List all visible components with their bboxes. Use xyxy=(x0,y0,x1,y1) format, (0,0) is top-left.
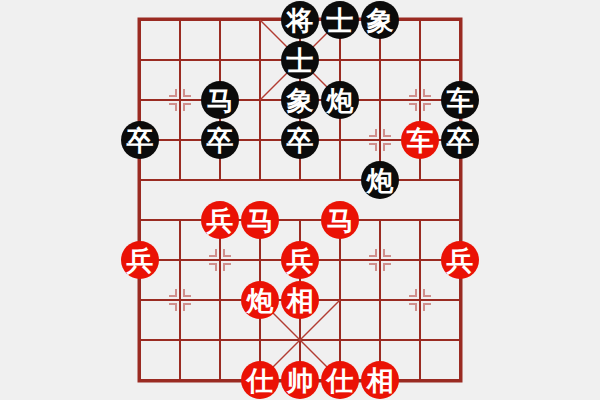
piece-red-soldier[interactable]: 兵 xyxy=(441,241,479,279)
piece-red-horse[interactable]: 马 xyxy=(321,201,359,239)
piece-black-general[interactable]: 将 xyxy=(281,1,319,39)
piece-black-elephant[interactable]: 象 xyxy=(281,81,319,119)
piece-black-horse[interactable]: 马 xyxy=(201,81,239,119)
piece-red-advisor[interactable]: 仕 xyxy=(321,361,359,399)
piece-red-advisor[interactable]: 仕 xyxy=(241,361,279,399)
piece-black-chariot[interactable]: 车 xyxy=(441,81,479,119)
piece-red-elephant[interactable]: 相 xyxy=(281,281,319,319)
piece-black-cannon[interactable]: 炮 xyxy=(321,81,359,119)
piece-black-soldier[interactable]: 卒 xyxy=(281,121,319,159)
piece-black-advisor[interactable]: 士 xyxy=(281,41,319,79)
piece-red-cannon[interactable]: 炮 xyxy=(241,281,279,319)
piece-red-soldier[interactable]: 兵 xyxy=(201,201,239,239)
piece-red-general[interactable]: 帅 xyxy=(281,361,319,399)
piece-black-cannon[interactable]: 炮 xyxy=(361,161,399,199)
piece-red-elephant[interactable]: 相 xyxy=(361,361,399,399)
piece-red-soldier[interactable]: 兵 xyxy=(281,241,319,279)
piece-black-soldier[interactable]: 卒 xyxy=(121,121,159,159)
pieces-layer: 将士象士马象炮车卒卒卒车卒炮兵马马兵兵兵炮相仕帅仕相 xyxy=(120,0,480,400)
piece-black-soldier[interactable]: 卒 xyxy=(441,121,479,159)
piece-black-elephant[interactable]: 象 xyxy=(361,1,399,39)
app-background: 将士象士马象炮车卒卒卒车卒炮兵马马兵兵兵炮相仕帅仕相 xyxy=(0,0,600,400)
xiangqi-board: 将士象士马象炮车卒卒卒车卒炮兵马马兵兵兵炮相仕帅仕相 xyxy=(0,0,600,400)
piece-black-advisor[interactable]: 士 xyxy=(321,1,359,39)
piece-red-chariot[interactable]: 车 xyxy=(401,121,439,159)
piece-black-soldier[interactable]: 卒 xyxy=(201,121,239,159)
piece-red-horse[interactable]: 马 xyxy=(241,201,279,239)
piece-red-soldier[interactable]: 兵 xyxy=(121,241,159,279)
